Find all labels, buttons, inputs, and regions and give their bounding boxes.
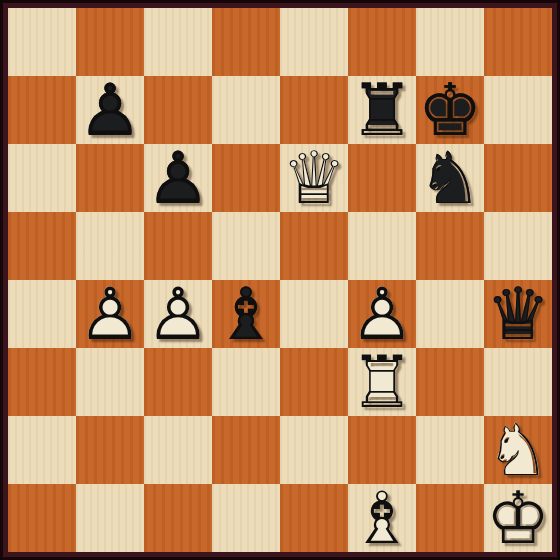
square-d4[interactable]: ♝♗ [212,280,280,348]
square-d6[interactable] [212,144,280,212]
white-pawn: ♟ [348,280,416,348]
square-h7[interactable] [484,76,552,144]
square-h6[interactable] [484,144,552,212]
square-d1[interactable] [212,484,280,552]
square-b8[interactable] [76,8,144,76]
square-c7[interactable] [144,76,212,144]
square-e4[interactable] [280,280,348,348]
square-d2[interactable] [212,416,280,484]
black-knight: ♞ [416,144,484,212]
square-b7[interactable]: ♟♙ [76,76,144,144]
square-a2[interactable] [8,416,76,484]
square-f7[interactable]: ♜♖ [348,76,416,144]
square-b2[interactable] [76,416,144,484]
black-king-outline: ♔ [416,76,484,144]
square-g2[interactable] [416,416,484,484]
white-knight-outline: ♘ [484,416,552,484]
square-e7[interactable] [280,76,348,144]
square-f3[interactable]: ♜♖ [348,348,416,416]
square-g7[interactable]: ♚♔ [416,76,484,144]
square-c6[interactable]: ♟♙ [144,144,212,212]
square-g8[interactable] [416,8,484,76]
black-pawn-outline: ♙ [144,144,212,212]
white-pawn-outline: ♙ [144,280,212,348]
square-b5[interactable] [76,212,144,280]
square-g5[interactable] [416,212,484,280]
square-g1[interactable] [416,484,484,552]
black-pawn: ♟ [76,76,144,144]
square-b4[interactable]: ♟♙ [76,280,144,348]
square-h4[interactable]: ♛♕ [484,280,552,348]
square-d5[interactable] [212,212,280,280]
black-rook: ♜ [348,76,416,144]
white-king: ♚ [484,484,552,552]
white-pawn-outline: ♙ [76,280,144,348]
white-bishop-outline: ♗ [348,484,416,552]
white-bishop: ♝ [348,484,416,552]
square-h2[interactable]: ♞♘ [484,416,552,484]
square-e5[interactable] [280,212,348,280]
square-h8[interactable] [484,8,552,76]
black-knight-outline: ♘ [416,144,484,212]
square-b1[interactable] [76,484,144,552]
square-c1[interactable] [144,484,212,552]
square-g4[interactable] [416,280,484,348]
square-h3[interactable] [484,348,552,416]
black-queen: ♛ [484,280,552,348]
black-king: ♚ [416,76,484,144]
square-b6[interactable] [76,144,144,212]
square-f2[interactable] [348,416,416,484]
square-e2[interactable] [280,416,348,484]
square-f1[interactable]: ♝♗ [348,484,416,552]
white-rook: ♜ [348,348,416,416]
square-g3[interactable] [416,348,484,416]
chess-board-frame: ♟♙♜♖♚♔♟♙♛♕♞♘♟♙♟♙♝♗♟♙♛♕♜♖♞♘♝♗♚♔ [0,0,560,560]
square-c8[interactable] [144,8,212,76]
chess-board: ♟♙♜♖♚♔♟♙♛♕♞♘♟♙♟♙♝♗♟♙♛♕♜♖♞♘♝♗♚♔ [8,8,552,552]
square-a1[interactable] [8,484,76,552]
white-pawn: ♟ [76,280,144,348]
square-a3[interactable] [8,348,76,416]
black-pawn-outline: ♙ [76,76,144,144]
square-f5[interactable] [348,212,416,280]
square-d8[interactable] [212,8,280,76]
square-h1[interactable]: ♚♔ [484,484,552,552]
square-a8[interactable] [8,8,76,76]
black-pawn: ♟ [144,144,212,212]
square-a5[interactable] [8,212,76,280]
square-d3[interactable] [212,348,280,416]
square-e3[interactable] [280,348,348,416]
square-f4[interactable]: ♟♙ [348,280,416,348]
square-e1[interactable] [280,484,348,552]
square-h5[interactable] [484,212,552,280]
white-rook-outline: ♖ [348,348,416,416]
white-pawn: ♟ [144,280,212,348]
white-knight: ♞ [484,416,552,484]
square-a4[interactable] [8,280,76,348]
black-bishop-outline: ♗ [212,280,280,348]
square-a7[interactable] [8,76,76,144]
white-king-outline: ♔ [484,484,552,552]
square-g6[interactable]: ♞♘ [416,144,484,212]
square-a6[interactable] [8,144,76,212]
square-c4[interactable]: ♟♙ [144,280,212,348]
square-f6[interactable] [348,144,416,212]
white-queen-outline: ♕ [280,144,348,212]
square-e8[interactable] [280,8,348,76]
black-queen-outline: ♕ [484,280,552,348]
black-rook-outline: ♖ [348,76,416,144]
square-c2[interactable] [144,416,212,484]
black-bishop: ♝ [212,280,280,348]
square-d7[interactable] [212,76,280,144]
square-f8[interactable] [348,8,416,76]
square-c3[interactable] [144,348,212,416]
square-b3[interactable] [76,348,144,416]
square-e6[interactable]: ♛♕ [280,144,348,212]
white-queen: ♛ [280,144,348,212]
white-pawn-outline: ♙ [348,280,416,348]
square-c5[interactable] [144,212,212,280]
